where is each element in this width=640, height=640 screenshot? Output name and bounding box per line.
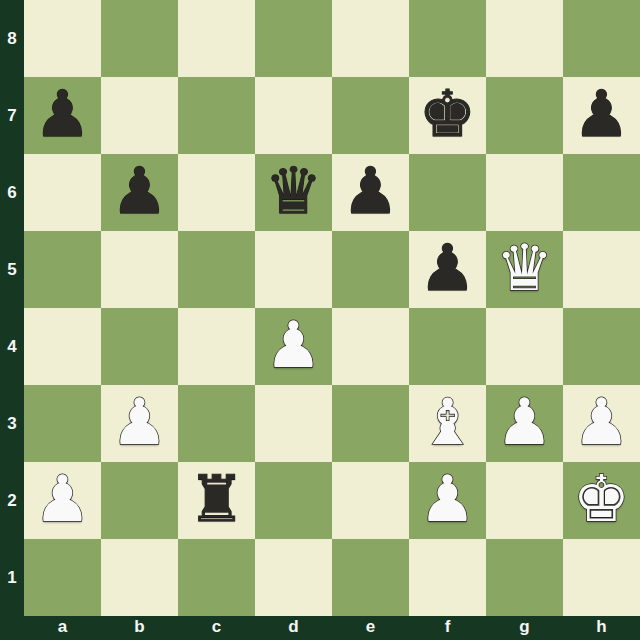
square-g8[interactable]: [486, 0, 563, 77]
rank-label-1: 1: [0, 539, 24, 616]
square-c4[interactable]: [178, 308, 255, 385]
square-b1[interactable]: [101, 539, 178, 616]
black-pawn: ♟: [34, 82, 91, 146]
square-a8[interactable]: [24, 0, 101, 77]
square-c1[interactable]: [178, 539, 255, 616]
square-c5[interactable]: [178, 231, 255, 308]
rank-label-2: 2: [0, 462, 24, 539]
file-label-e: e: [332, 616, 409, 640]
square-a6[interactable]: [24, 154, 101, 231]
square-g2[interactable]: [486, 462, 563, 539]
black-queen: ♛: [265, 159, 322, 223]
square-g7[interactable]: [486, 77, 563, 154]
square-e7[interactable]: [332, 77, 409, 154]
file-label-b: b: [101, 616, 178, 640]
black-pawn: ♟: [111, 159, 168, 223]
square-a7[interactable]: ♟: [24, 77, 101, 154]
square-c8[interactable]: [178, 0, 255, 77]
square-f7[interactable]: ♚: [409, 77, 486, 154]
square-a4[interactable]: [24, 308, 101, 385]
file-label-h: h: [563, 616, 640, 640]
square-g5[interactable]: ♛: [486, 231, 563, 308]
square-a5[interactable]: [24, 231, 101, 308]
square-g6[interactable]: [486, 154, 563, 231]
white-pawn: ♟: [265, 313, 322, 377]
square-d7[interactable]: [255, 77, 332, 154]
square-h7[interactable]: ♟: [563, 77, 640, 154]
chess-board-frame: 87654321 ♟♚♟♟♛♟♟♛♟♟♝♟♟♟♜♟♚ abcdefgh: [0, 0, 640, 640]
square-d8[interactable]: [255, 0, 332, 77]
square-a3[interactable]: [24, 385, 101, 462]
square-h6[interactable]: [563, 154, 640, 231]
rank-label-4: 4: [0, 308, 24, 385]
black-pawn: ♟: [573, 82, 630, 146]
square-d3[interactable]: [255, 385, 332, 462]
rank-label-5: 5: [0, 231, 24, 308]
file-label-a: a: [24, 616, 101, 640]
square-b4[interactable]: [101, 308, 178, 385]
square-d6[interactable]: ♛: [255, 154, 332, 231]
black-king: ♚: [419, 82, 476, 146]
square-c3[interactable]: [178, 385, 255, 462]
square-h8[interactable]: [563, 0, 640, 77]
square-h3[interactable]: ♟: [563, 385, 640, 462]
file-label-f: f: [409, 616, 486, 640]
square-b5[interactable]: [101, 231, 178, 308]
square-g1[interactable]: [486, 539, 563, 616]
rank-label-6: 6: [0, 154, 24, 231]
square-b3[interactable]: ♟: [101, 385, 178, 462]
square-h1[interactable]: [563, 539, 640, 616]
square-e5[interactable]: [332, 231, 409, 308]
square-b8[interactable]: [101, 0, 178, 77]
square-e1[interactable]: [332, 539, 409, 616]
square-e8[interactable]: [332, 0, 409, 77]
square-f3[interactable]: ♝: [409, 385, 486, 462]
square-f1[interactable]: [409, 539, 486, 616]
square-d4[interactable]: ♟: [255, 308, 332, 385]
file-label-d: d: [255, 616, 332, 640]
square-e3[interactable]: [332, 385, 409, 462]
square-e6[interactable]: ♟: [332, 154, 409, 231]
square-b6[interactable]: ♟: [101, 154, 178, 231]
square-c6[interactable]: [178, 154, 255, 231]
square-h5[interactable]: [563, 231, 640, 308]
file-label-g: g: [486, 616, 563, 640]
square-e2[interactable]: [332, 462, 409, 539]
black-rook: ♜: [188, 467, 245, 531]
white-king: ♚: [573, 467, 630, 531]
square-c2[interactable]: ♜: [178, 462, 255, 539]
black-pawn: ♟: [419, 236, 476, 300]
white-pawn: ♟: [34, 467, 91, 531]
square-b7[interactable]: [101, 77, 178, 154]
square-a1[interactable]: [24, 539, 101, 616]
square-d5[interactable]: [255, 231, 332, 308]
white-bishop: ♝: [419, 390, 476, 454]
rank-label-8: 8: [0, 0, 24, 77]
rank-label-3: 3: [0, 385, 24, 462]
white-pawn: ♟: [111, 390, 168, 454]
white-pawn: ♟: [573, 390, 630, 454]
black-pawn: ♟: [342, 159, 399, 223]
square-d1[interactable]: [255, 539, 332, 616]
chess-board[interactable]: ♟♚♟♟♛♟♟♛♟♟♝♟♟♟♜♟♚: [24, 0, 640, 616]
square-h4[interactable]: [563, 308, 640, 385]
square-h2[interactable]: ♚: [563, 462, 640, 539]
white-queen: ♛: [496, 236, 553, 300]
square-a2[interactable]: ♟: [24, 462, 101, 539]
square-f8[interactable]: [409, 0, 486, 77]
rank-label-7: 7: [0, 77, 24, 154]
square-f2[interactable]: ♟: [409, 462, 486, 539]
square-e4[interactable]: [332, 308, 409, 385]
square-g4[interactable]: [486, 308, 563, 385]
square-f6[interactable]: [409, 154, 486, 231]
rank-labels: 87654321: [0, 0, 24, 616]
file-labels: abcdefgh: [24, 616, 640, 640]
square-c7[interactable]: [178, 77, 255, 154]
square-b2[interactable]: [101, 462, 178, 539]
square-g3[interactable]: ♟: [486, 385, 563, 462]
square-f5[interactable]: ♟: [409, 231, 486, 308]
white-pawn: ♟: [419, 467, 476, 531]
square-d2[interactable]: [255, 462, 332, 539]
file-label-c: c: [178, 616, 255, 640]
square-f4[interactable]: [409, 308, 486, 385]
white-pawn: ♟: [496, 390, 553, 454]
